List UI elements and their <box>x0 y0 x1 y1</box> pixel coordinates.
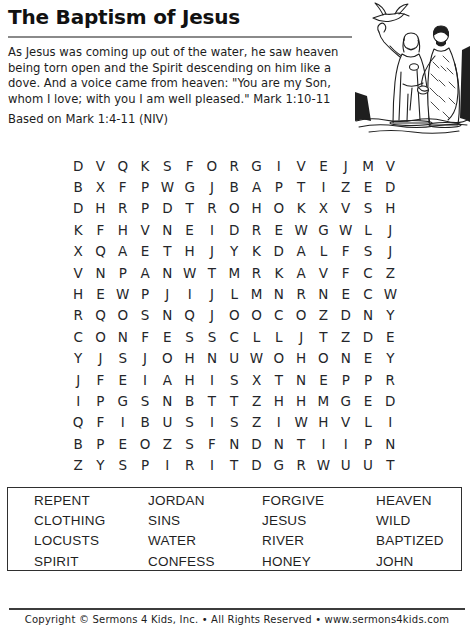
grid-cell: H <box>178 348 200 369</box>
grid-cell: I <box>201 412 223 433</box>
grid-cell: O <box>223 305 245 326</box>
grid-cell: E <box>112 433 134 454</box>
grid-cell: E <box>357 390 379 411</box>
grid-cell: S <box>178 433 200 454</box>
grid-cell: I <box>134 369 156 390</box>
grid-cell: J <box>379 219 401 240</box>
grid-cell: D <box>335 305 357 326</box>
grid-cell: T <box>379 454 401 475</box>
grid-cell: N <box>201 348 223 369</box>
grid-cell: H <box>245 198 267 219</box>
grid-cell: F <box>112 176 134 197</box>
grid-cell: S <box>178 326 200 347</box>
grid-cell: J <box>290 326 312 347</box>
grid-cell: Z <box>245 390 267 411</box>
grid-cell: L <box>223 283 245 304</box>
grid-cell: O <box>245 305 267 326</box>
page-title: The Baptism of Jesus <box>8 5 240 29</box>
grid-cell: S <box>201 326 223 347</box>
grid-cell: T <box>201 262 223 283</box>
grid-cell: R <box>112 198 134 219</box>
grid-cell: S <box>178 412 200 433</box>
grid-cell: I <box>178 283 200 304</box>
grid-cell: E <box>112 369 134 390</box>
grid-cell: I <box>312 176 334 197</box>
grid-cell: U <box>357 454 379 475</box>
grid-cell: Z <box>245 412 267 433</box>
grid-cell: E <box>357 176 379 197</box>
grid-cell: Q <box>89 241 111 262</box>
grid-cell: M <box>312 390 334 411</box>
grid-cell: G <box>312 219 334 240</box>
grid-cell: E <box>312 155 334 176</box>
copyright-text: Copyright © Sermons 4 Kids, Inc. • All R… <box>0 614 474 625</box>
grid-cell: G <box>335 390 357 411</box>
grid-cell: R <box>245 262 267 283</box>
jesus-figure <box>378 23 429 123</box>
grid-cell: J <box>201 176 223 197</box>
grid-cell: S <box>357 198 379 219</box>
grid-cell: M <box>245 283 267 304</box>
grid-cell: O <box>134 433 156 454</box>
grid-cell: I <box>379 412 401 433</box>
word-list-item: SPIRIT <box>34 551 148 571</box>
grid-cell: F <box>335 262 357 283</box>
word-list-item: JORDAN <box>148 490 262 510</box>
grid-cell: A <box>245 176 267 197</box>
grid-cell: R <box>223 155 245 176</box>
grid-cell: P <box>268 176 290 197</box>
grid-cell: P <box>89 390 111 411</box>
grid-cell: R <box>290 283 312 304</box>
grid-cell: B <box>223 176 245 197</box>
grid-cell: N <box>379 433 401 454</box>
grid-cell: E <box>357 348 379 369</box>
grid-cell: N <box>357 305 379 326</box>
grid-cell: K <box>245 241 267 262</box>
word-list-item: CLOTHING <box>34 510 148 530</box>
word-list-item: HEAVEN <box>376 490 461 510</box>
grid-cell: E <box>312 369 334 390</box>
grid-cell: T <box>312 326 334 347</box>
grid-cell: C <box>223 326 245 347</box>
grid-cell: Y <box>67 348 89 369</box>
grid-cell: O <box>89 326 111 347</box>
title-divider <box>8 36 352 38</box>
grid-cell: S <box>112 454 134 475</box>
grid-cell: O <box>268 348 290 369</box>
grid-cell: V <box>335 412 357 433</box>
grid-cell: G <box>112 390 134 411</box>
intro-paragraph: As Jesus was coming up out of the water,… <box>8 45 338 107</box>
grid-cell: I <box>201 369 223 390</box>
grid-cell: J <box>335 155 357 176</box>
grid-cell: F <box>134 326 156 347</box>
grid-cell: N <box>290 369 312 390</box>
grid-cell: J <box>156 283 178 304</box>
grid-cell: L <box>312 241 334 262</box>
word-list-item: HONEY <box>262 551 376 571</box>
grid-cell: W <box>290 219 312 240</box>
grid-cell: J <box>67 369 89 390</box>
grid-cell: I <box>268 155 290 176</box>
grid-cell: D <box>67 155 89 176</box>
grid-cell: F <box>201 433 223 454</box>
grid-cell: N <box>156 219 178 240</box>
grid-cell: X <box>245 369 267 390</box>
grid-cell: I <box>201 454 223 475</box>
grid-cell: I <box>312 433 334 454</box>
grid-cell: Y <box>379 305 401 326</box>
grid-cell: P <box>134 454 156 475</box>
grid-cell: F <box>89 412 111 433</box>
grid-cell: H <box>290 348 312 369</box>
grid-cell: W <box>245 348 267 369</box>
grid-cell: P <box>134 283 156 304</box>
grid-cell: F <box>89 219 111 240</box>
grid-cell: F <box>89 369 111 390</box>
grid-cell: P <box>357 369 379 390</box>
word-list-item: RIVER <box>262 531 376 551</box>
grid-cell: D <box>268 241 290 262</box>
grid-cell: V <box>290 155 312 176</box>
grid-cell: L <box>245 326 267 347</box>
grid-cell: R <box>290 454 312 475</box>
grid-cell: B <box>178 390 200 411</box>
grid-cell: B <box>134 412 156 433</box>
grid-cell: R <box>67 305 89 326</box>
grid-cell: V <box>335 198 357 219</box>
grid-cell: A <box>156 369 178 390</box>
grid-cell: P <box>134 198 156 219</box>
grid-cell: V <box>312 262 334 283</box>
grid-cell: E <box>268 219 290 240</box>
grid-cell: E <box>335 283 357 304</box>
grid-cell: S <box>223 412 245 433</box>
grid-cell: W <box>379 283 401 304</box>
grid-cell: J <box>201 241 223 262</box>
grid-cell: J <box>89 348 111 369</box>
grid-cell: W <box>156 176 178 197</box>
intro-line: As Jesus was coming up out of the water,… <box>8 45 338 61</box>
grid-cell: W <box>290 412 312 433</box>
grid-cell: Q <box>67 412 89 433</box>
grid-cell: T <box>268 369 290 390</box>
grid-cell: K <box>268 262 290 283</box>
grid-cell: N <box>312 283 334 304</box>
grid-cell: A <box>112 241 134 262</box>
grid-cell: P <box>335 369 357 390</box>
grid-cell: I <box>268 412 290 433</box>
grid-cell: H <box>379 198 401 219</box>
grid-cell: T <box>290 176 312 197</box>
grid-cell: U <box>223 348 245 369</box>
grid-cell: D <box>357 326 379 347</box>
grid-cell: H <box>67 283 89 304</box>
grid-cell: J <box>379 241 401 262</box>
grid-cell: Q <box>112 155 134 176</box>
grid-cell: S <box>223 369 245 390</box>
grid-cell: N <box>268 433 290 454</box>
grid-cell: X <box>89 176 111 197</box>
grid-cell: X <box>67 241 89 262</box>
grid-cell: N <box>223 433 245 454</box>
grid-cell: M <box>223 262 245 283</box>
grid-cell: N <box>268 283 290 304</box>
grid-cell: Z <box>335 176 357 197</box>
grid-cell: T <box>290 433 312 454</box>
grid-cell: E <box>379 326 401 347</box>
grid-cell: C <box>357 262 379 283</box>
grid-cell: G <box>178 176 200 197</box>
grid-cell: E <box>134 241 156 262</box>
word-list-item: WILD <box>376 510 461 530</box>
grid-cell: G <box>245 155 267 176</box>
grid-cell: H <box>89 198 111 219</box>
grid-cell: X <box>312 198 334 219</box>
grid-cell: H <box>178 369 200 390</box>
footer-divider <box>9 608 465 610</box>
based-on-text: Based on Mark 1:4-11 (NIV) <box>8 112 168 126</box>
intro-line: whom I love; with you I am well pleased.… <box>8 92 338 108</box>
word-list-item: WATER <box>148 531 262 551</box>
grid-cell: D <box>379 176 401 197</box>
grid-cell: N <box>89 262 111 283</box>
grid-cell: D <box>223 219 245 240</box>
grid-cell: M <box>357 155 379 176</box>
word-list-item: LOCUSTS <box>34 531 148 551</box>
grid-cell: Y <box>89 454 111 475</box>
grid-cell: T <box>156 241 178 262</box>
word-list-item: JOHN <box>376 551 461 571</box>
grid-cell: G <box>268 454 290 475</box>
grid-cell: S <box>134 390 156 411</box>
grid-cell: C <box>268 305 290 326</box>
grid-cell: N <box>335 348 357 369</box>
grid-cell: Z <box>67 454 89 475</box>
grid-cell: N <box>156 305 178 326</box>
grid-cell: W <box>112 283 134 304</box>
dove-icon <box>373 3 409 22</box>
grid-cell: O <box>290 305 312 326</box>
grid-cell: U <box>156 412 178 433</box>
grid-cell: O <box>312 348 334 369</box>
grid-cell: A <box>290 262 312 283</box>
grid-cell: S <box>112 348 134 369</box>
grid-cell: U <box>335 454 357 475</box>
grid-cell: Q <box>178 305 200 326</box>
grid-cell: R <box>245 219 267 240</box>
grid-cell: T <box>223 454 245 475</box>
grid-cell: S <box>134 305 156 326</box>
grid-cell: R <box>178 454 200 475</box>
grid-cell: Y <box>379 348 401 369</box>
grid-cell: Z <box>312 305 334 326</box>
grid-cell: P <box>89 433 111 454</box>
grid-cell: T <box>201 390 223 411</box>
word-list-item: BAPTIZED <box>376 531 461 551</box>
grid-cell: R <box>379 369 401 390</box>
grid-cell: P <box>134 176 156 197</box>
grid-cell: D <box>379 390 401 411</box>
grid-cell: B <box>67 433 89 454</box>
grid-cell: K <box>290 198 312 219</box>
grid-cell: H <box>268 390 290 411</box>
grid-cell: L <box>357 412 379 433</box>
grid-cell: K <box>134 155 156 176</box>
grid-cell: L <box>268 326 290 347</box>
grid-cell: F <box>178 155 200 176</box>
grid-cell: E <box>178 219 200 240</box>
grid-cell: O <box>268 198 290 219</box>
grid-cell: H <box>178 241 200 262</box>
grid-cell: K <box>67 219 89 240</box>
intro-line: dove. And a voice came from heaven: "You… <box>8 76 338 92</box>
grid-cell: E <box>89 283 111 304</box>
grid-cell: N <box>112 326 134 347</box>
grid-cell: Z <box>335 326 357 347</box>
grid-cell: T <box>223 390 245 411</box>
grid-cell: L <box>357 219 379 240</box>
grid-cell: T <box>178 198 200 219</box>
grid-cell: W <box>178 262 200 283</box>
grid-cell: D <box>245 454 267 475</box>
grid-cell: V <box>134 219 156 240</box>
word-list-item: CONFESS <box>148 551 262 571</box>
grid-cell: E <box>156 326 178 347</box>
grid-cell: J <box>201 283 223 304</box>
word-list-item: JESUS <box>262 510 376 530</box>
grid-cell: J <box>201 305 223 326</box>
grid-cell: N <box>156 390 178 411</box>
word-list-item: REPENT <box>34 490 148 510</box>
word-list-item: FORGIVE <box>262 490 376 510</box>
word-list: REPENTCLOTHINGLOCUSTSSPIRITJORDANSINSWAT… <box>7 487 462 571</box>
grid-cell: W <box>335 219 357 240</box>
grid-cell: O <box>156 348 178 369</box>
grid-cell: C <box>357 283 379 304</box>
grid-cell: P <box>357 433 379 454</box>
grid-cell: Z <box>379 262 401 283</box>
grid-cell: O <box>223 198 245 219</box>
grid-cell: H <box>312 412 334 433</box>
baptism-illustration <box>355 2 470 136</box>
grid-cell: I <box>201 219 223 240</box>
grid-cell: V <box>89 155 111 176</box>
grid-cell: D <box>245 433 267 454</box>
grid-cell: H <box>112 219 134 240</box>
grid-cell: D <box>67 198 89 219</box>
grid-cell: D <box>156 198 178 219</box>
grid-cell: N <box>156 262 178 283</box>
grid-cell: F <box>335 241 357 262</box>
grid-cell: V <box>67 262 89 283</box>
grid-cell: V <box>379 155 401 176</box>
grid-cell: R <box>201 198 223 219</box>
grid-cell: I <box>112 412 134 433</box>
word-list-item: SINS <box>148 510 262 530</box>
grid-cell: I <box>67 390 89 411</box>
grid-cell: I <box>335 433 357 454</box>
grid-cell: A <box>290 241 312 262</box>
grid-cell: H <box>290 390 312 411</box>
grid-cell: P <box>112 262 134 283</box>
grid-cell: Y <box>223 241 245 262</box>
grid-cell: S <box>156 155 178 176</box>
grid-cell: J <box>134 348 156 369</box>
worksheet-page: The Baptism of Jesus As Jesus was coming… <box>0 0 474 630</box>
grid-cell: S <box>357 241 379 262</box>
grid-cell: C <box>67 326 89 347</box>
grid-cell: W <box>312 454 334 475</box>
intro-line: being torn open and the Spirit descendin… <box>8 61 338 77</box>
grid-cell: Q <box>89 305 111 326</box>
grid-cell: I <box>156 454 178 475</box>
grid-cell: O <box>112 305 134 326</box>
word-search-grid: DVQKSFORGIVEJMVBXFPWGJBAPTIZEDDHRPDTROHO… <box>67 155 401 476</box>
grid-cell: A <box>134 262 156 283</box>
grid-cell: O <box>201 155 223 176</box>
grid-cell: Z <box>156 433 178 454</box>
grid-cell: B <box>67 176 89 197</box>
